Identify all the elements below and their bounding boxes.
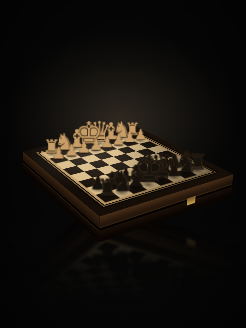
brass-latch-icon — [187, 195, 196, 205]
square-h2: ♟ — [49, 155, 69, 163]
square-h8: ♜ — [96, 191, 120, 203]
piece-glyph: ♟ — [42, 146, 76, 162]
piece-glyph: ♜ — [88, 175, 128, 198]
chess-set-scene: ♜♞♝♛♚♝♞♜♟♟♟♟♟♟♟♟♟♟♟♟♟♟♟♟♜♞♝♛♚♝♞♜ — [0, 0, 246, 328]
product-photo: ♜♞♝♛♚♝♞♜♟♟♟♟♟♟♟♟♟♟♟♟♟♟♟♟♜♞♝♛♚♝♞♜ ♜ — [0, 0, 246, 328]
